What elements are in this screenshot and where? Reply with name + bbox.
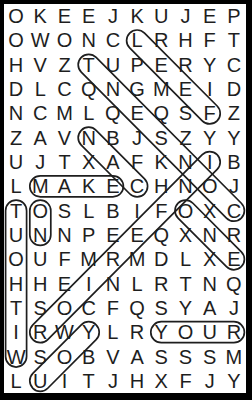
cell-r3c9[interactable]: Y <box>198 53 222 77</box>
cell-r1c8[interactable]: J <box>173 4 197 28</box>
cell-r12c3[interactable]: E <box>52 271 76 295</box>
cell-r14c8[interactable]: O <box>173 320 197 344</box>
cell-r3c6[interactable]: P <box>125 53 149 77</box>
cell-r13c3[interactable]: O <box>52 296 76 320</box>
cell-r7c8[interactable]: N <box>173 150 197 174</box>
cell-r6c5[interactable]: B <box>101 126 125 150</box>
cell-r7c5[interactable]: A <box>101 150 125 174</box>
cell-r10c9[interactable]: N <box>198 223 222 247</box>
cell-r4c9[interactable]: I <box>198 77 222 101</box>
cell-r9c2[interactable]: O <box>28 199 52 223</box>
cell-r12c5[interactable]: N <box>101 271 125 295</box>
cell-r3c3[interactable]: Z <box>52 53 76 77</box>
cell-r16c8[interactable]: F <box>173 369 197 393</box>
cell-r13c10[interactable]: J <box>222 296 246 320</box>
cell-r16c1[interactable]: L <box>4 369 28 393</box>
cell-r10c7[interactable]: Q <box>149 223 173 247</box>
cell-r9c10[interactable]: C <box>222 199 246 223</box>
cell-r4c7[interactable]: M <box>149 77 173 101</box>
cell-r14c9[interactable]: U <box>198 320 222 344</box>
cell-r1c2[interactable]: K <box>28 4 52 28</box>
cell-r10c6[interactable]: E <box>125 223 149 247</box>
cell-r8c10[interactable]: J <box>222 174 246 198</box>
cell-r16c10[interactable]: Y <box>222 369 246 393</box>
cell-r12c6[interactable]: L <box>125 271 149 295</box>
cell-r7c1[interactable]: U <box>4 150 28 174</box>
cell-r11c10[interactable]: E <box>222 247 246 271</box>
cell-r11c3[interactable]: F <box>52 247 76 271</box>
cell-r5c3[interactable]: M <box>52 101 76 125</box>
cell-r15c9[interactable]: S <box>198 344 222 368</box>
cell-r14c2[interactable]: R <box>28 320 52 344</box>
cell-r7c7[interactable]: K <box>149 150 173 174</box>
cell-r3c7[interactable]: E <box>149 53 173 77</box>
cell-r15c8[interactable]: S <box>173 344 197 368</box>
cell-r14c10[interactable]: R <box>222 320 246 344</box>
cell-r6c3[interactable]: V <box>52 126 76 150</box>
cell-r12c9[interactable]: N <box>198 271 222 295</box>
cell-r2c8[interactable]: H <box>173 28 197 52</box>
cell-r10c1[interactable]: U <box>4 223 28 247</box>
cell-r16c6[interactable]: H <box>125 369 149 393</box>
cell-r1c5[interactable]: J <box>101 4 125 28</box>
cell-r6c7[interactable]: S <box>149 126 173 150</box>
cell-r13c8[interactable]: Y <box>173 296 197 320</box>
cell-r7c6[interactable]: F <box>125 150 149 174</box>
cell-r9c5[interactable]: B <box>101 199 125 223</box>
cell-r9c9[interactable]: X <box>198 199 222 223</box>
cell-r4c4[interactable]: Q <box>77 77 101 101</box>
cell-r15c3[interactable]: O <box>52 344 76 368</box>
cell-r5c7[interactable]: Q <box>149 101 173 125</box>
cell-r5c4[interactable]: L <box>77 101 101 125</box>
cell-r10c10[interactable]: R <box>222 223 246 247</box>
cell-r16c4[interactable]: T <box>77 369 101 393</box>
cell-r11c9[interactable]: X <box>198 247 222 271</box>
cell-r2c7[interactable]: R <box>149 28 173 52</box>
cell-r6c8[interactable]: Z <box>173 126 197 150</box>
cell-r9c3[interactable]: S <box>52 199 76 223</box>
cell-r16c5[interactable]: J <box>101 369 125 393</box>
cell-r4c1[interactable]: D <box>4 77 28 101</box>
cell-r2c3[interactable]: O <box>52 28 76 52</box>
cell-r5c5[interactable]: Q <box>101 101 125 125</box>
cell-r3c5[interactable]: U <box>101 53 125 77</box>
cell-r6c6[interactable]: J <box>125 126 149 150</box>
cell-r3c4[interactable]: T <box>77 53 101 77</box>
word-search-board: OKEEJKUJEPOWONCLRHFTHVZTUPERYCDLCQNGMEID… <box>2 2 248 395</box>
cell-r1c10[interactable]: P <box>222 4 246 28</box>
cell-r9c7[interactable]: F <box>149 199 173 223</box>
cell-r8c4[interactable]: K <box>77 174 101 198</box>
cell-r9c6[interactable]: I <box>125 199 149 223</box>
letter-grid: OKEEJKUJEPOWONCLRHFTHVZTUPERYCDLCQNGMEID… <box>4 4 246 393</box>
cell-r11c1[interactable]: O <box>4 247 28 271</box>
cell-r7c10[interactable]: B <box>222 150 246 174</box>
cell-r1c3[interactable]: E <box>52 4 76 28</box>
cell-r16c9[interactable]: J <box>198 369 222 393</box>
cell-r11c8[interactable]: L <box>173 247 197 271</box>
cell-r15c1[interactable]: W <box>4 344 28 368</box>
cell-r8c5[interactable]: E <box>101 174 125 198</box>
cell-r8c9[interactable]: O <box>198 174 222 198</box>
cell-r14c3[interactable]: W <box>52 320 76 344</box>
cell-r10c4[interactable]: P <box>77 223 101 247</box>
cell-r10c2[interactable]: N <box>28 223 52 247</box>
cell-r6c10[interactable]: Y <box>222 126 246 150</box>
cell-r10c8[interactable]: X <box>173 223 197 247</box>
cell-r8c3[interactable]: A <box>52 174 76 198</box>
cell-r10c5[interactable]: E <box>101 223 125 247</box>
cell-r4c10[interactable]: D <box>222 77 246 101</box>
cell-r15c5[interactable]: V <box>101 344 125 368</box>
cell-r5c1[interactable]: N <box>4 101 28 125</box>
cell-r2c2[interactable]: W <box>28 28 52 52</box>
cell-r6c2[interactable]: A <box>28 126 52 150</box>
cell-r10c3[interactable]: N <box>52 223 76 247</box>
cell-r2c9[interactable]: F <box>198 28 222 52</box>
cell-r1c1[interactable]: O <box>4 4 28 28</box>
cell-r13c9[interactable]: A <box>198 296 222 320</box>
cell-r11c5[interactable]: R <box>101 247 125 271</box>
cell-r16c3[interactable]: I <box>52 369 76 393</box>
cell-r6c1[interactable]: Z <box>4 126 28 150</box>
cell-r4c8[interactable]: E <box>173 77 197 101</box>
cell-r2c10[interactable]: T <box>222 28 246 52</box>
cell-r8c7[interactable]: H <box>149 174 173 198</box>
cell-r12c8[interactable]: T <box>173 271 197 295</box>
cell-r2c5[interactable]: C <box>101 28 125 52</box>
cell-r15c4[interactable]: B <box>77 344 101 368</box>
cell-r11c7[interactable]: D <box>149 247 173 271</box>
cell-r12c2[interactable]: H <box>28 271 52 295</box>
cell-r9c4[interactable]: L <box>77 199 101 223</box>
cell-r14c4[interactable]: Y <box>77 320 101 344</box>
cell-r3c10[interactable]: C <box>222 53 246 77</box>
cell-r2c1[interactable]: O <box>4 28 28 52</box>
cell-r4c2[interactable]: L <box>28 77 52 101</box>
cell-r5c6[interactable]: E <box>125 101 149 125</box>
cell-r13c4[interactable]: C <box>77 296 101 320</box>
cell-r5c10[interactable]: Z <box>222 101 246 125</box>
cell-r13c5[interactable]: F <box>101 296 125 320</box>
cell-r3c8[interactable]: R <box>173 53 197 77</box>
cell-r2c6[interactable]: L <box>125 28 149 52</box>
cell-r16c2[interactable]: U <box>28 369 52 393</box>
cell-r5c9[interactable]: F <box>198 101 222 125</box>
cell-r9c8[interactable]: O <box>173 199 197 223</box>
cell-r15c6[interactable]: A <box>125 344 149 368</box>
cell-r11c2[interactable]: U <box>28 247 52 271</box>
cell-r7c9[interactable]: I <box>198 150 222 174</box>
cell-r13c7[interactable]: S <box>149 296 173 320</box>
cell-r14c1[interactable]: I <box>4 320 28 344</box>
cell-r8c1[interactable]: L <box>4 174 28 198</box>
cell-r5c2[interactable]: C <box>28 101 52 125</box>
cell-r1c4[interactable]: E <box>77 4 101 28</box>
cell-r4c6[interactable]: G <box>125 77 149 101</box>
cell-r14c7[interactable]: Y <box>149 320 173 344</box>
cell-r6c9[interactable]: Y <box>198 126 222 150</box>
cell-r13c6[interactable]: Q <box>125 296 149 320</box>
cell-r11c4[interactable]: M <box>77 247 101 271</box>
cell-r13c2[interactable]: S <box>28 296 52 320</box>
cell-r4c5[interactable]: N <box>101 77 125 101</box>
cell-r5c8[interactable]: S <box>173 101 197 125</box>
cell-r15c7[interactable]: S <box>149 344 173 368</box>
cell-r11c6[interactable]: M <box>125 247 149 271</box>
cell-r12c1[interactable]: H <box>4 271 28 295</box>
cell-r3c1[interactable]: H <box>4 53 28 77</box>
cell-r1c9[interactable]: E <box>198 4 222 28</box>
cell-r15c2[interactable]: S <box>28 344 52 368</box>
cell-r9c1[interactable]: T <box>4 199 28 223</box>
cell-r15c10[interactable]: M <box>222 344 246 368</box>
cell-r1c7[interactable]: U <box>149 4 173 28</box>
cell-r12c7[interactable]: R <box>149 271 173 295</box>
cell-r12c10[interactable]: Q <box>222 271 246 295</box>
cell-r16c7[interactable]: X <box>149 369 173 393</box>
cell-r8c2[interactable]: M <box>28 174 52 198</box>
cell-r1c6[interactable]: K <box>125 4 149 28</box>
cell-r7c2[interactable]: J <box>28 150 52 174</box>
cell-r4c3[interactable]: C <box>52 77 76 101</box>
word-search-screen: OKEEJKUJEPOWONCLRHFTHVZTUPERYCDLCQNGMEID… <box>0 0 252 400</box>
cell-r13c1[interactable]: T <box>4 296 28 320</box>
cell-r8c8[interactable]: N <box>173 174 197 198</box>
cell-r7c3[interactable]: T <box>52 150 76 174</box>
cell-r12c4[interactable]: I <box>77 271 101 295</box>
cell-r14c5[interactable]: L <box>101 320 125 344</box>
cell-r7c4[interactable]: X <box>77 150 101 174</box>
cell-r6c4[interactable]: N <box>77 126 101 150</box>
cell-r3c2[interactable]: V <box>28 53 52 77</box>
cell-r8c6[interactable]: C <box>125 174 149 198</box>
cell-r14c6[interactable]: R <box>125 320 149 344</box>
cell-r2c4[interactable]: N <box>77 28 101 52</box>
